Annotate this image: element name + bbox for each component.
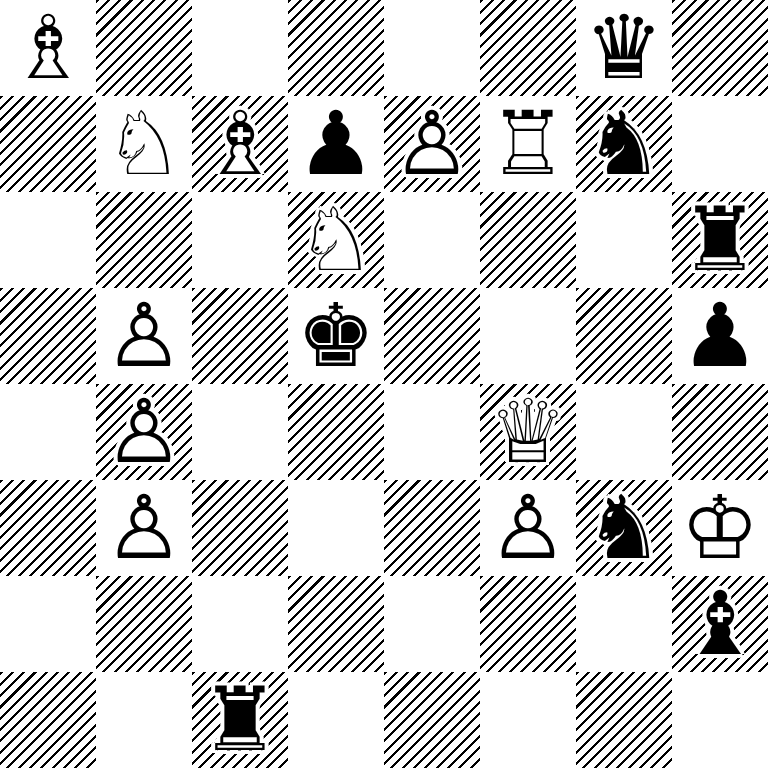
square-f6[interactable] — [480, 192, 576, 288]
white-pawn-glyph: ♙ — [96, 480, 192, 576]
square-f7[interactable]: ♜♖ — [480, 96, 576, 192]
piece-black-pawn[interactable]: ♟♟ — [672, 288, 768, 384]
square-h4[interactable] — [672, 384, 768, 480]
square-b3[interactable]: ♟♙ — [96, 480, 192, 576]
square-a2[interactable] — [0, 576, 96, 672]
square-c5[interactable] — [192, 288, 288, 384]
piece-white-knight[interactable]: ♞♘ — [288, 192, 384, 288]
black-knight-glyph: ♞ — [576, 480, 672, 576]
white-knight-glyph: ♘ — [288, 192, 384, 288]
square-g1[interactable] — [576, 672, 672, 768]
black-pawn-glyph: ♟ — [672, 288, 768, 384]
square-e5[interactable] — [384, 288, 480, 384]
square-d5[interactable]: ♚♚ — [288, 288, 384, 384]
white-pawn-glyph: ♙ — [96, 384, 192, 480]
black-pawn-glyph: ♟ — [288, 96, 384, 192]
square-d2[interactable] — [288, 576, 384, 672]
piece-white-rook[interactable]: ♜♖ — [480, 96, 576, 192]
black-knight-glyph: ♞ — [576, 96, 672, 192]
square-d8[interactable] — [288, 0, 384, 96]
square-h1[interactable] — [672, 672, 768, 768]
square-g7[interactable]: ♞♞ — [576, 96, 672, 192]
square-a5[interactable] — [0, 288, 96, 384]
square-a6[interactable] — [0, 192, 96, 288]
square-d4[interactable] — [288, 384, 384, 480]
piece-white-bishop[interactable]: ♝♗ — [0, 0, 96, 96]
chess-board: ♝♗♛♛♞♘♝♗♟♟♟♙♜♖♞♞♞♘♜♜♟♙♚♚♟♟♟♙♛♕♟♙♟♙♞♞♚♔♝♝… — [0, 0, 768, 768]
black-queen-glyph: ♛ — [576, 0, 672, 96]
square-c8[interactable] — [192, 0, 288, 96]
square-h3[interactable]: ♚♔ — [672, 480, 768, 576]
square-a1[interactable] — [0, 672, 96, 768]
white-pawn-glyph: ♙ — [384, 96, 480, 192]
square-f2[interactable] — [480, 576, 576, 672]
square-d1[interactable] — [288, 672, 384, 768]
square-c4[interactable] — [192, 384, 288, 480]
piece-white-king[interactable]: ♚♔ — [672, 480, 768, 576]
square-h6[interactable]: ♜♜ — [672, 192, 768, 288]
square-b1[interactable] — [96, 672, 192, 768]
white-queen-glyph: ♕ — [480, 384, 576, 480]
square-e1[interactable] — [384, 672, 480, 768]
piece-black-rook[interactable]: ♜♜ — [672, 192, 768, 288]
square-h8[interactable] — [672, 0, 768, 96]
white-bishop-glyph: ♗ — [0, 0, 96, 96]
piece-white-pawn[interactable]: ♟♙ — [384, 96, 480, 192]
white-pawn-glyph: ♙ — [480, 480, 576, 576]
piece-black-pawn[interactable]: ♟♟ — [288, 96, 384, 192]
piece-black-bishop[interactable]: ♝♝ — [672, 576, 768, 672]
square-g4[interactable] — [576, 384, 672, 480]
square-c1[interactable]: ♜♜ — [192, 672, 288, 768]
square-b8[interactable] — [96, 0, 192, 96]
square-g2[interactable] — [576, 576, 672, 672]
square-e3[interactable] — [384, 480, 480, 576]
piece-white-pawn[interactable]: ♟♙ — [96, 384, 192, 480]
black-rook-glyph: ♜ — [192, 672, 288, 768]
square-f8[interactable] — [480, 0, 576, 96]
square-e2[interactable] — [384, 576, 480, 672]
square-g6[interactable] — [576, 192, 672, 288]
square-g8[interactable]: ♛♛ — [576, 0, 672, 96]
piece-white-pawn[interactable]: ♟♙ — [96, 288, 192, 384]
square-b7[interactable]: ♞♘ — [96, 96, 192, 192]
white-king-glyph: ♔ — [672, 480, 768, 576]
piece-white-pawn[interactable]: ♟♙ — [480, 480, 576, 576]
square-c6[interactable] — [192, 192, 288, 288]
square-a7[interactable] — [0, 96, 96, 192]
piece-black-queen[interactable]: ♛♛ — [576, 0, 672, 96]
square-a4[interactable] — [0, 384, 96, 480]
square-c2[interactable] — [192, 576, 288, 672]
piece-white-queen[interactable]: ♛♕ — [480, 384, 576, 480]
white-knight-glyph: ♘ — [96, 96, 192, 192]
square-d6[interactable]: ♞♘ — [288, 192, 384, 288]
square-e7[interactable]: ♟♙ — [384, 96, 480, 192]
square-e8[interactable] — [384, 0, 480, 96]
square-b5[interactable]: ♟♙ — [96, 288, 192, 384]
square-g3[interactable]: ♞♞ — [576, 480, 672, 576]
black-king-glyph: ♚ — [288, 288, 384, 384]
square-h2[interactable]: ♝♝ — [672, 576, 768, 672]
square-c7[interactable]: ♝♗ — [192, 96, 288, 192]
square-a3[interactable] — [0, 480, 96, 576]
square-e4[interactable] — [384, 384, 480, 480]
piece-black-king[interactable]: ♚♚ — [288, 288, 384, 384]
square-f3[interactable]: ♟♙ — [480, 480, 576, 576]
piece-white-knight[interactable]: ♞♘ — [96, 96, 192, 192]
square-c3[interactable] — [192, 480, 288, 576]
square-f4[interactable]: ♛♕ — [480, 384, 576, 480]
piece-white-bishop[interactable]: ♝♗ — [192, 96, 288, 192]
piece-black-knight[interactable]: ♞♞ — [576, 96, 672, 192]
square-d3[interactable] — [288, 480, 384, 576]
white-bishop-glyph: ♗ — [192, 96, 288, 192]
square-f5[interactable] — [480, 288, 576, 384]
square-b6[interactable] — [96, 192, 192, 288]
white-rook-glyph: ♖ — [480, 96, 576, 192]
square-h7[interactable] — [672, 96, 768, 192]
piece-black-knight[interactable]: ♞♞ — [576, 480, 672, 576]
black-rook-glyph: ♜ — [672, 192, 768, 288]
square-a8[interactable]: ♝♗ — [0, 0, 96, 96]
square-b4[interactable]: ♟♙ — [96, 384, 192, 480]
square-f1[interactable] — [480, 672, 576, 768]
piece-black-rook[interactable]: ♜♜ — [192, 672, 288, 768]
square-g5[interactable] — [576, 288, 672, 384]
square-h5[interactable]: ♟♟ — [672, 288, 768, 384]
piece-white-pawn[interactable]: ♟♙ — [96, 480, 192, 576]
black-bishop-glyph: ♝ — [672, 576, 768, 672]
square-e6[interactable] — [384, 192, 480, 288]
white-pawn-glyph: ♙ — [96, 288, 192, 384]
square-d7[interactable]: ♟♟ — [288, 96, 384, 192]
square-b2[interactable] — [96, 576, 192, 672]
